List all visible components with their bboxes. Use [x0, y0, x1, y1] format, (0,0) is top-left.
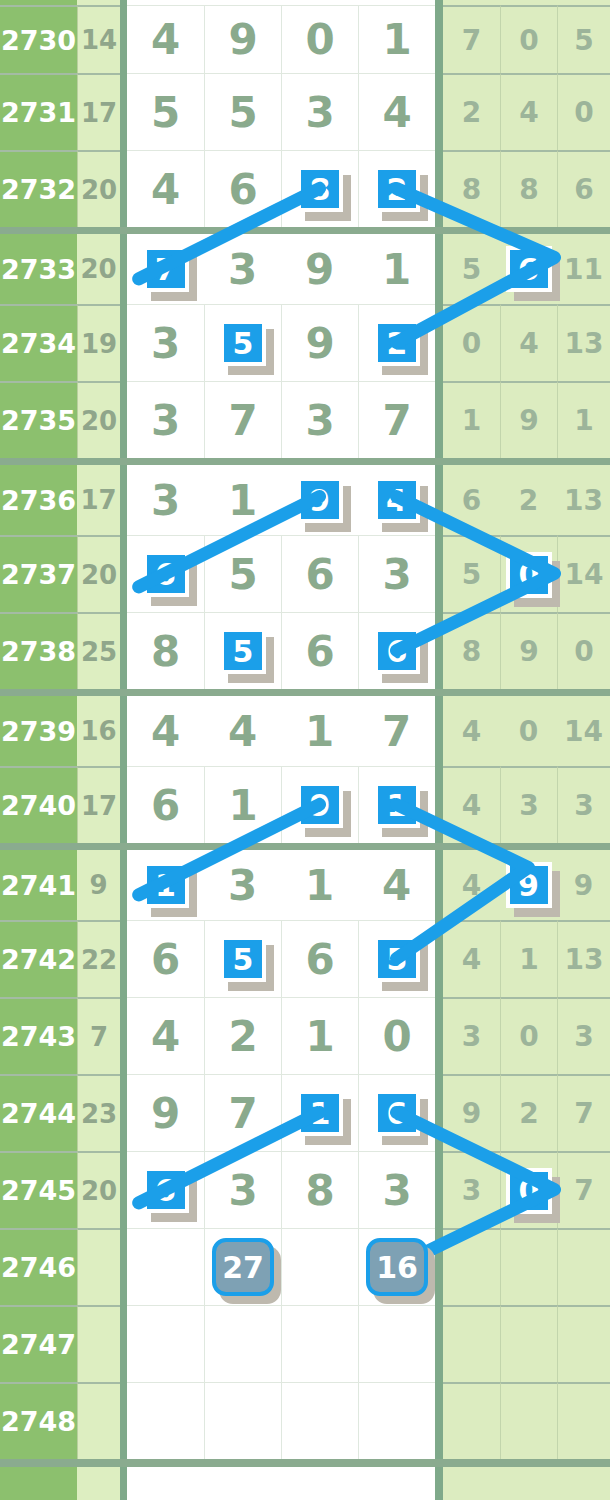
issue-cell: 2735: [0, 381, 77, 458]
digit-cell: 6: [127, 766, 204, 843]
sum-cell: 23: [77, 1074, 120, 1151]
digit-cell: 1: [204, 766, 281, 843]
digit-cell: 7: [204, 381, 281, 458]
sum-cell: 22: [77, 920, 120, 997]
extra-cell: 11: [557, 227, 610, 304]
row-2745: 2745206383307: [0, 1151, 610, 1228]
digit-cell: 2: [358, 304, 435, 381]
vertical-separator: [120, 689, 127, 766]
vertical-separator: [120, 920, 127, 997]
issue-cell: 2731: [0, 73, 77, 150]
extra-cell: 8: [500, 150, 557, 227]
digit-cell: 6: [127, 920, 204, 997]
digit-cell: [358, 1305, 435, 1382]
sum-cell: 20: [77, 227, 120, 304]
digit-cell: 3: [204, 843, 281, 920]
highlight-square[interactable]: 2: [374, 166, 420, 212]
issue-cell: 2740: [0, 766, 77, 843]
vertical-separator: [435, 535, 443, 612]
sum-cell: 20: [77, 1151, 120, 1228]
vertical-separator: [120, 843, 127, 920]
sum-cell: 17: [77, 766, 120, 843]
extra-cell: 7: [557, 1151, 610, 1228]
issue-cell: 2734: [0, 304, 77, 381]
digit-cell: 7: [358, 381, 435, 458]
row-2744: 2744239716927: [0, 1074, 610, 1151]
digit-cell: 4: [358, 73, 435, 150]
vertical-separator: [435, 1074, 443, 1151]
issue-cell: 2738: [0, 612, 77, 689]
digit-cell: [127, 1305, 204, 1382]
digit-cell: 8: [281, 150, 358, 227]
digit-cell: 6: [281, 535, 358, 612]
digit-cell: 6: [281, 612, 358, 689]
row-2736: 27361731946213: [0, 458, 610, 535]
row-2739: 27391644174014: [0, 689, 610, 766]
vertical-separator: [435, 689, 443, 766]
issue-cell: 2733: [0, 227, 77, 304]
sum-cell: [77, 1305, 120, 1382]
extra-cell: 13: [557, 458, 610, 535]
highlight-square[interactable]: 6: [374, 1090, 420, 1136]
highlight-square[interactable]: 1: [374, 782, 420, 828]
vertical-separator: [120, 458, 127, 535]
sum-cell: 14: [77, 5, 120, 73]
vertical-separator: [435, 1467, 443, 1500]
issue-cell: 2744: [0, 1074, 77, 1151]
issue-cell: 2739: [0, 689, 77, 766]
extra-cell: 1: [443, 381, 500, 458]
digit-cell: 1: [281, 843, 358, 920]
vertical-separator: [435, 73, 443, 150]
digit-cell: 3: [204, 227, 281, 304]
extra-cell: [557, 1467, 610, 1500]
row-2733: 27332073915611: [0, 227, 610, 304]
digit-cell: 3: [127, 304, 204, 381]
digit-cell: 9: [281, 458, 358, 535]
vertical-separator: [120, 227, 127, 304]
issue-cell: 2737: [0, 535, 77, 612]
extra-cell: 9: [557, 843, 610, 920]
extra-cell: 2: [500, 458, 557, 535]
highlight-square[interactable]: 1: [297, 1090, 343, 1136]
vertical-separator: [120, 1228, 127, 1305]
extra-cell: 0: [500, 5, 557, 73]
digit-cell: 6: [127, 535, 204, 612]
digit-cell: 16: [358, 1228, 435, 1305]
issue-cell: 2748: [0, 1382, 77, 1459]
highlight-square[interactable]: 6: [506, 246, 552, 292]
sum-cell: 19: [77, 304, 120, 381]
digit-cell: 4: [127, 5, 204, 73]
extra-cell: 9: [500, 612, 557, 689]
digit-cell: 3: [127, 381, 204, 458]
sum-cell: 20: [77, 150, 120, 227]
vertical-separator: [120, 1151, 127, 1228]
extra-cell: [443, 1467, 500, 1500]
digit-cell: 27: [204, 1228, 281, 1305]
highlight-square[interactable]: 9: [297, 477, 343, 523]
extra-cell: 4: [443, 766, 500, 843]
extra-cell: 4: [500, 73, 557, 150]
digit-cell: [127, 1382, 204, 1459]
highlight-square[interactable]: 5: [220, 628, 266, 674]
vertical-separator: [435, 1382, 443, 1459]
extra-cell: 0: [557, 73, 610, 150]
digit-cell: 1: [127, 843, 204, 920]
extra-cell: 3: [557, 997, 610, 1074]
highlight-square[interactable]: 1: [143, 862, 189, 908]
vertical-separator: [435, 381, 443, 458]
sum-cell: 20: [77, 535, 120, 612]
row-2737: 27372065635014: [0, 535, 610, 612]
highlight-square[interactable]: 2: [374, 320, 420, 366]
sum-cell: 9: [77, 843, 120, 920]
sum-cell: 17: [77, 73, 120, 150]
vertical-separator: [120, 73, 127, 150]
digit-cell: 5: [358, 920, 435, 997]
issue-cell: 2745: [0, 1151, 77, 1228]
digit-cell: 1: [358, 766, 435, 843]
extra-cell: 5: [443, 535, 500, 612]
row-2740: 2740176191433: [0, 766, 610, 843]
sum-cell: [77, 1467, 120, 1500]
highlight-square[interactable]: 7: [143, 246, 189, 292]
digit-cell: 7: [127, 227, 204, 304]
digit-cell: 4: [358, 458, 435, 535]
sum-cell: 20: [77, 381, 120, 458]
highlight-square[interactable]: 6: [143, 1167, 189, 1213]
issue-cell: 2747: [0, 1305, 77, 1382]
extra-cell: 3: [443, 1151, 500, 1228]
digit-cell: [127, 1467, 204, 1500]
vertical-separator: [120, 1382, 127, 1459]
extra-cell: 9: [443, 1074, 500, 1151]
extra-cell: 2: [443, 73, 500, 150]
digit-cell: [358, 1382, 435, 1459]
row-2742: 27422265654113: [0, 920, 610, 997]
digit-cell: 1: [281, 997, 358, 1074]
digit-cell: 9: [281, 227, 358, 304]
extra-cell: 9: [500, 843, 557, 920]
digit-cell: 3: [281, 381, 358, 458]
digit-cell: 6: [358, 1074, 435, 1151]
digit-cell: [281, 1467, 358, 1500]
digit-cell: 8: [127, 612, 204, 689]
bottom-partial-row: [0, 1467, 610, 1500]
extra-cell: [443, 1305, 500, 1382]
extra-cell: 5: [557, 5, 610, 73]
digit-cell: 9: [281, 766, 358, 843]
digit-cell: [281, 1228, 358, 1305]
extra-cell: 8: [443, 612, 500, 689]
vertical-separator: [435, 843, 443, 920]
extra-cell: [443, 1228, 500, 1305]
highlight-square[interactable]: 6: [374, 628, 420, 674]
digit-cell: 2: [204, 997, 281, 1074]
extra-cell: [500, 1382, 557, 1459]
row-2734: 27341935920413: [0, 304, 610, 381]
vertical-separator: [120, 5, 127, 73]
digit-cell: 3: [281, 73, 358, 150]
row-2731: 2731175534240: [0, 73, 610, 150]
digit-cell: 1: [358, 227, 435, 304]
extra-cell: 3: [557, 766, 610, 843]
extra-cell: 1: [500, 920, 557, 997]
extra-cell: 8: [443, 150, 500, 227]
highlight-square[interactable]: 0: [506, 552, 552, 598]
extra-cell: [443, 1382, 500, 1459]
highlight-square[interactable]: 5: [220, 936, 266, 982]
extra-cell: 0: [557, 612, 610, 689]
issue-cell: 2742: [0, 920, 77, 997]
digit-cell: [127, 1228, 204, 1305]
vertical-separator: [120, 150, 127, 227]
digit-cell: 0: [358, 997, 435, 1074]
vertical-separator: [120, 535, 127, 612]
vertical-separator: [435, 766, 443, 843]
row-2747: 2747: [0, 1305, 610, 1382]
issue-cell: 2741: [0, 843, 77, 920]
vertical-separator: [435, 1151, 443, 1228]
extra-cell: 9: [500, 381, 557, 458]
extra-cell: 4: [443, 920, 500, 997]
digit-cell: [281, 1382, 358, 1459]
digit-cell: 7: [204, 1074, 281, 1151]
digit-cell: 5: [204, 304, 281, 381]
digit-cell: 4: [127, 689, 204, 766]
vertical-separator: [120, 1074, 127, 1151]
row-2735: 2735203737191: [0, 381, 610, 458]
digit-cell: 6: [358, 612, 435, 689]
extra-cell: 4: [443, 689, 500, 766]
extra-cell: 7: [443, 5, 500, 73]
digit-cell: 5: [204, 73, 281, 150]
digit-cell: 5: [204, 612, 281, 689]
vertical-separator: [120, 1305, 127, 1382]
vertical-separator: [120, 1467, 127, 1500]
issue-cell: 2732: [0, 150, 77, 227]
digit-cell: 3: [204, 1151, 281, 1228]
extra-cell: 4: [500, 304, 557, 381]
extra-cell: 14: [557, 689, 610, 766]
extra-cell: 5: [443, 227, 500, 304]
row-2741: 274191314499: [0, 843, 610, 920]
vertical-separator: [120, 766, 127, 843]
digit-cell: 7: [358, 689, 435, 766]
extra-cell: 6: [500, 227, 557, 304]
digit-cell: 6: [127, 1151, 204, 1228]
vertical-separator: [120, 997, 127, 1074]
highlight-square[interactable]: 9: [506, 862, 552, 908]
extra-cell: 0: [443, 304, 500, 381]
digit-cell: 1: [358, 5, 435, 73]
row-2746: 27462716: [0, 1228, 610, 1305]
digit-cell: 0: [281, 5, 358, 73]
highlight-square[interactable]: 5: [374, 936, 420, 982]
highlight-square[interactable]: 5: [220, 320, 266, 366]
extra-cell: [500, 1467, 557, 1500]
digit-cell: 9: [281, 304, 358, 381]
extra-cell: 0: [500, 1151, 557, 1228]
group-separator: [0, 1459, 610, 1467]
vertical-separator: [435, 997, 443, 1074]
vertical-separator: [120, 304, 127, 381]
vertical-separator: [435, 1305, 443, 1382]
extra-cell: 1: [557, 381, 610, 458]
extra-cell: 6: [443, 458, 500, 535]
extra-cell: [500, 1305, 557, 1382]
digit-cell: 6: [281, 920, 358, 997]
issue-cell: 2743: [0, 997, 77, 1074]
extra-cell: 7: [557, 1074, 610, 1151]
vertical-separator: [435, 1228, 443, 1305]
highlight-square[interactable]: 0: [506, 1168, 552, 1214]
row-2730: 2730144901705: [0, 5, 610, 73]
sum-cell: 25: [77, 612, 120, 689]
digit-cell: [358, 1467, 435, 1500]
extra-cell: 0: [500, 535, 557, 612]
vertical-separator: [435, 458, 443, 535]
extra-cell: [500, 1228, 557, 1305]
digit-cell: 3: [358, 535, 435, 612]
vertical-separator: [120, 381, 127, 458]
extra-cell: 13: [557, 304, 610, 381]
extra-cell: 3: [500, 766, 557, 843]
extra-cell: 2: [500, 1074, 557, 1151]
digit-cell: 5: [127, 73, 204, 150]
digit-cell: 4: [127, 150, 204, 227]
sum-cell: 17: [77, 458, 120, 535]
digit-cell: 9: [204, 5, 281, 73]
digit-cell: 3: [358, 1151, 435, 1228]
extra-cell: [557, 1305, 610, 1382]
vertical-separator: [435, 227, 443, 304]
extra-cell: 4: [443, 843, 500, 920]
vertical-separator: [435, 304, 443, 381]
row-2732: 2732204682886: [0, 150, 610, 227]
row-2748: 2748: [0, 1382, 610, 1459]
extra-cell: [557, 1228, 610, 1305]
highlight-square[interactable]: 4: [374, 477, 420, 523]
row-2738: 2738258566890: [0, 612, 610, 689]
digit-cell: 4: [204, 689, 281, 766]
extra-cell: 0: [500, 689, 557, 766]
highlight-square[interactable]: 9: [297, 782, 343, 828]
digit-cell: [204, 1382, 281, 1459]
extra-cell: 6: [557, 150, 610, 227]
extra-cell: 13: [557, 920, 610, 997]
digit-cell: 4: [127, 997, 204, 1074]
vertical-separator: [435, 920, 443, 997]
extra-cell: 3: [443, 997, 500, 1074]
issue-cell: [0, 1467, 77, 1500]
digit-cell: 6: [204, 150, 281, 227]
extra-cell: 0: [500, 997, 557, 1074]
vertical-separator: [435, 612, 443, 689]
sum-cell: [77, 1382, 120, 1459]
issue-cell: 2746: [0, 1228, 77, 1305]
digit-cell: 4: [358, 843, 435, 920]
issue-cell: 2730: [0, 5, 77, 73]
highlight-square[interactable]: 6: [143, 551, 189, 597]
highlight-square[interactable]: 8: [297, 166, 343, 212]
lottery-trend-chart: 2730144901705273117553424027322046828862…: [0, 0, 610, 1500]
sum-cell: 7: [77, 997, 120, 1074]
vertical-separator: [435, 5, 443, 73]
digit-cell: 5: [204, 535, 281, 612]
digit-cell: 3: [127, 458, 204, 535]
pending-badge[interactable]: 16: [366, 1238, 428, 1296]
digit-cell: [204, 1467, 281, 1500]
vertical-separator: [120, 612, 127, 689]
digit-cell: 5: [204, 920, 281, 997]
extra-cell: 14: [557, 535, 610, 612]
issue-cell: 2736: [0, 458, 77, 535]
digit-cell: 2: [358, 150, 435, 227]
digit-cell: [204, 1305, 281, 1382]
row-2743: 274374210303: [0, 997, 610, 1074]
digit-cell: 9: [127, 1074, 204, 1151]
digit-cell: 8: [281, 1151, 358, 1228]
digit-cell: [281, 1305, 358, 1382]
extra-cell: [557, 1382, 610, 1459]
vertical-separator: [435, 150, 443, 227]
digit-cell: 1: [281, 1074, 358, 1151]
digit-cell: 1: [281, 689, 358, 766]
pending-badge[interactable]: 27: [212, 1238, 274, 1296]
digit-cell: 1: [204, 458, 281, 535]
sum-cell: [77, 1228, 120, 1305]
sum-cell: 16: [77, 689, 120, 766]
